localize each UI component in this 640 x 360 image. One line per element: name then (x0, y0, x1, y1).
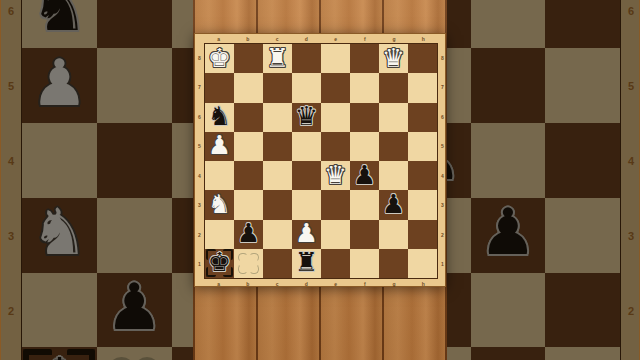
piece-black-pawn-b2-background: ♟ (105, 275, 162, 339)
coord-rank-4-right: 4 (441, 173, 444, 179)
square-c8[interactable]: ♜ (263, 44, 292, 73)
square-d2[interactable]: ♟ (292, 220, 321, 249)
piece-black-knight-a6-background: ♞ (31, 0, 88, 40)
capture-poof-mark-b1 (238, 264, 247, 273)
square-e8[interactable] (321, 44, 350, 73)
coord-rank-5-right: 5 (441, 143, 444, 149)
capture-poof-mark-b1 (238, 253, 247, 262)
coord-file-b-top: b (246, 36, 249, 42)
square-g1[interactable] (379, 249, 408, 278)
square-f6[interactable] (350, 103, 379, 132)
coord-rank-4-left: 4 (198, 173, 201, 179)
piece-white-pawn-a5-background: ♟ (31, 51, 88, 115)
square-c6[interactable] (263, 103, 292, 132)
square-a3[interactable]: ♞ (205, 190, 234, 219)
square-a5[interactable]: ♟ (205, 132, 234, 161)
square-a2[interactable] (205, 220, 234, 249)
coord-rank-3-right-background: 3 (628, 230, 634, 242)
square-b1-background (97, 347, 172, 360)
square-f4[interactable]: ♟ (350, 161, 379, 190)
square-a5-background: ♟ (22, 48, 97, 123)
piece-white-knight-a3-background: ♞ (31, 201, 88, 265)
square-c4[interactable] (263, 161, 292, 190)
square-h2[interactable] (408, 220, 437, 249)
square-g6[interactable] (379, 103, 408, 132)
square-a2-background (22, 273, 97, 348)
piece-white-king-a8[interactable]: ♚ (208, 45, 231, 71)
square-h6[interactable] (408, 103, 437, 132)
square-b5-background (97, 48, 172, 123)
square-b7[interactable] (234, 73, 263, 102)
square-g5-background (471, 48, 546, 123)
square-d3[interactable] (292, 190, 321, 219)
coord-file-g-top: g (393, 36, 396, 42)
coord-rank-2-left: 2 (198, 232, 201, 238)
coord-file-e-top: e (334, 36, 337, 42)
capture-poof-mark-b1 (249, 264, 258, 273)
coord-rank-5-right-background: 5 (628, 80, 634, 92)
square-d8[interactable] (292, 44, 321, 73)
coord-file-d-bottom: d (305, 281, 308, 287)
piece-white-pawn-d2[interactable]: ♟ (295, 220, 318, 246)
square-g5[interactable] (379, 132, 408, 161)
corner-brackets-mark-a1 (206, 249, 217, 260)
square-g3[interactable]: ♟ (379, 190, 408, 219)
coord-rank-6-right: 6 (441, 114, 444, 120)
piece-white-queen-g8[interactable]: ♛ (382, 45, 405, 71)
corner-brackets-mark-a1 (206, 267, 217, 278)
square-f8[interactable] (350, 44, 379, 73)
square-h1-background (545, 347, 620, 360)
square-a1[interactable]: ♚ (205, 249, 234, 278)
corner-brackets-mark-a1 (223, 249, 234, 260)
square-f5[interactable] (350, 132, 379, 161)
square-g3-background: ♟ (471, 198, 546, 273)
piece-black-pawn-g3[interactable]: ♟ (382, 191, 405, 217)
square-h4[interactable] (408, 161, 437, 190)
square-a4-background (22, 123, 97, 198)
coord-rank-5-left: 5 (198, 143, 201, 149)
square-h3[interactable] (408, 190, 437, 219)
coord-file-h-bottom: h (422, 281, 425, 287)
coord-rank-7-left: 7 (198, 84, 201, 90)
piece-white-rook-c8[interactable]: ♜ (266, 45, 289, 71)
square-a8[interactable]: ♚ (205, 44, 234, 73)
coord-rank-1-left: 1 (198, 261, 201, 267)
coord-file-e-bottom: e (334, 281, 337, 287)
coord-rank-4-left-background: 4 (8, 155, 14, 167)
square-f7[interactable] (350, 73, 379, 102)
square-h8[interactable] (408, 44, 437, 73)
square-b2[interactable]: ♟ (234, 220, 263, 249)
coord-rank-4-right-background: 4 (628, 155, 634, 167)
square-e2[interactable] (321, 220, 350, 249)
coord-file-d-top: d (305, 36, 308, 42)
square-d4[interactable] (292, 161, 321, 190)
square-b5[interactable] (234, 132, 263, 161)
coord-file-a-top: a (217, 36, 220, 42)
coord-file-h-top: h (422, 36, 425, 42)
square-g4-background (471, 123, 546, 198)
coord-rank-6-left-background: 6 (8, 5, 14, 17)
square-h5-background (545, 48, 620, 123)
square-h6-background (545, 0, 620, 48)
square-a6-background: ♞ (22, 0, 97, 48)
square-f3[interactable] (350, 190, 379, 219)
square-c3[interactable] (263, 190, 292, 219)
square-f2[interactable] (350, 220, 379, 249)
square-e3[interactable] (321, 190, 350, 219)
square-a6[interactable]: ♞ (205, 103, 234, 132)
coord-rank-2-right-background: 2 (628, 305, 634, 317)
coord-rank-3-left: 3 (198, 202, 201, 208)
square-c2[interactable] (263, 220, 292, 249)
square-h2-background (545, 273, 620, 348)
square-c7[interactable] (263, 73, 292, 102)
piece-black-pawn-b2[interactable]: ♟ (237, 220, 260, 246)
piece-white-pawn-a5[interactable]: ♟ (208, 132, 231, 158)
capture-poof-mark-b1 (249, 253, 258, 262)
square-e6[interactable] (321, 103, 350, 132)
square-e4[interactable]: ♛ (321, 161, 350, 190)
square-e1[interactable] (321, 249, 350, 278)
coord-file-g-bottom: g (393, 281, 396, 287)
square-d6[interactable]: ♛ (292, 103, 321, 132)
coord-rank-8-right: 8 (441, 55, 444, 61)
square-g4[interactable] (379, 161, 408, 190)
square-a3-background: ♞ (22, 198, 97, 273)
square-d5[interactable] (292, 132, 321, 161)
piece-white-knight-a3[interactable]: ♞ (208, 191, 231, 217)
square-b6[interactable] (234, 103, 263, 132)
coord-rank-6-left: 6 (198, 114, 201, 120)
coord-rank-3-right: 3 (441, 202, 444, 208)
coord-file-f-bottom: f (364, 281, 366, 287)
piece-black-pawn-f4[interactable]: ♟ (353, 162, 376, 188)
coord-rank-7-right: 7 (441, 84, 444, 90)
square-b8[interactable] (234, 44, 263, 73)
square-g6-background (471, 0, 546, 48)
square-h1[interactable] (408, 249, 437, 278)
coord-file-a-bottom: a (217, 281, 220, 287)
square-a1-background: ♚ (22, 347, 97, 360)
coord-rank-6-right-background: 6 (628, 5, 634, 17)
main-chess-board: ♚♜♛♞♛♟♛♟♞♟♟♟♚♜ aabbccddeeffgghh887766554… (194, 33, 446, 287)
square-b2-background: ♟ (97, 273, 172, 348)
corner-brackets-mark-a1-background (67, 349, 95, 360)
square-d1[interactable]: ♜ (292, 249, 321, 278)
main-board-grid: ♚♜♛♞♛♟♛♟♞♟♟♟♚♜ (204, 43, 438, 279)
square-g2-background (471, 273, 546, 348)
coord-rank-1-right: 1 (441, 261, 444, 267)
piece-black-rook-d1[interactable]: ♜ (295, 249, 318, 275)
square-b3[interactable] (234, 190, 263, 219)
piece-black-knight-a6[interactable]: ♞ (208, 103, 231, 129)
square-c5[interactable] (263, 132, 292, 161)
square-e5[interactable] (321, 132, 350, 161)
coord-rank-2-right: 2 (441, 232, 444, 238)
coord-file-c-bottom: c (276, 281, 279, 287)
coord-file-b-bottom: b (246, 281, 249, 287)
piece-black-queen-d6[interactable]: ♛ (295, 103, 318, 129)
square-b1[interactable] (234, 249, 263, 278)
square-b4[interactable] (234, 161, 263, 190)
square-h5[interactable] (408, 132, 437, 161)
square-b6-background (97, 0, 172, 48)
coord-rank-5-left-background: 5 (8, 80, 14, 92)
coord-rank-2-left-background: 2 (8, 305, 14, 317)
corner-brackets-mark-a1-background (23, 349, 51, 360)
piece-white-queen-e4[interactable]: ♛ (324, 162, 347, 188)
square-b3-background (97, 198, 172, 273)
chess-puzzle-screen: ♚♜♛♞♛♟♛♟♞♟♟♟♚♜ aabbccddeeffgghh887766554… (0, 0, 640, 360)
square-a7[interactable] (205, 73, 234, 102)
piece-black-pawn-g3-background: ♟ (479, 201, 536, 265)
square-e7[interactable] (321, 73, 350, 102)
square-h4-background (545, 123, 620, 198)
square-b4-background (97, 123, 172, 198)
square-c1[interactable] (263, 249, 292, 278)
square-g1-background (471, 347, 546, 360)
square-a4[interactable] (205, 161, 234, 190)
coord-rank-3-left-background: 3 (8, 230, 14, 242)
square-g7[interactable] (379, 73, 408, 102)
square-g8[interactable]: ♛ (379, 44, 408, 73)
square-d7[interactable] (292, 73, 321, 102)
square-g2[interactable] (379, 220, 408, 249)
square-f1[interactable] (350, 249, 379, 278)
square-h7[interactable] (408, 73, 437, 102)
corner-brackets-mark-a1 (223, 267, 234, 278)
square-h3-background (545, 198, 620, 273)
coord-rank-8-left: 8 (198, 55, 201, 61)
coord-file-f-top: f (364, 36, 366, 42)
coord-file-c-top: c (276, 36, 279, 42)
